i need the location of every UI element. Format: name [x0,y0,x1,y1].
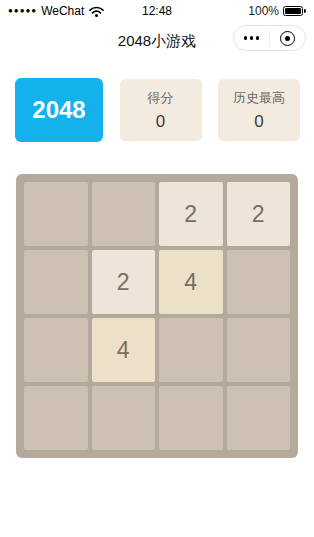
board[interactable]: 22244 [16,174,298,458]
tile-4: 4 [159,250,223,314]
board-cell-empty [227,250,291,314]
battery-icon [283,6,303,16]
board-cell-empty [159,386,223,450]
tile-2: 2 [159,182,223,246]
score-value: 0 [156,112,165,132]
board-cell-empty [227,318,291,382]
more-dots-icon [244,36,260,40]
nav-bar: 2048小游戏 [0,22,314,60]
board-cell-empty [92,182,156,246]
board-cell-empty [24,182,88,246]
board-cell-empty [159,318,223,382]
board-cell-empty [24,250,88,314]
board-cell-empty [227,386,291,450]
best-box: 历史最高 0 [218,79,300,141]
board-cell-empty [24,386,88,450]
signal-strength-icon: ●●●●● [8,7,37,15]
scoreboard: 2048 得分 0 历史最高 0 [15,78,300,142]
score-label: 得分 [148,89,174,107]
status-right: 100% [248,4,306,18]
best-label: 历史最高 [233,89,285,107]
tile-2: 2 [227,182,291,246]
board-cell-empty [24,318,88,382]
wifi-icon [89,6,104,17]
battery-percent: 100% [248,4,279,18]
logo-2048: 2048 [15,78,103,142]
more-button[interactable] [234,26,269,50]
miniprogram-capsule [233,25,306,51]
board-cell-empty [92,386,156,450]
score-box: 得分 0 [120,79,202,141]
best-value: 0 [254,112,263,132]
status-bar: ●●●●● WeChat 12:48 100% [0,0,314,22]
tile-4: 4 [92,318,156,382]
carrier-label: WeChat [41,4,84,18]
exit-button[interactable] [270,26,305,50]
tile-2: 2 [92,250,156,314]
circled-dot-icon [280,31,295,46]
status-left: ●●●●● WeChat [8,4,104,18]
